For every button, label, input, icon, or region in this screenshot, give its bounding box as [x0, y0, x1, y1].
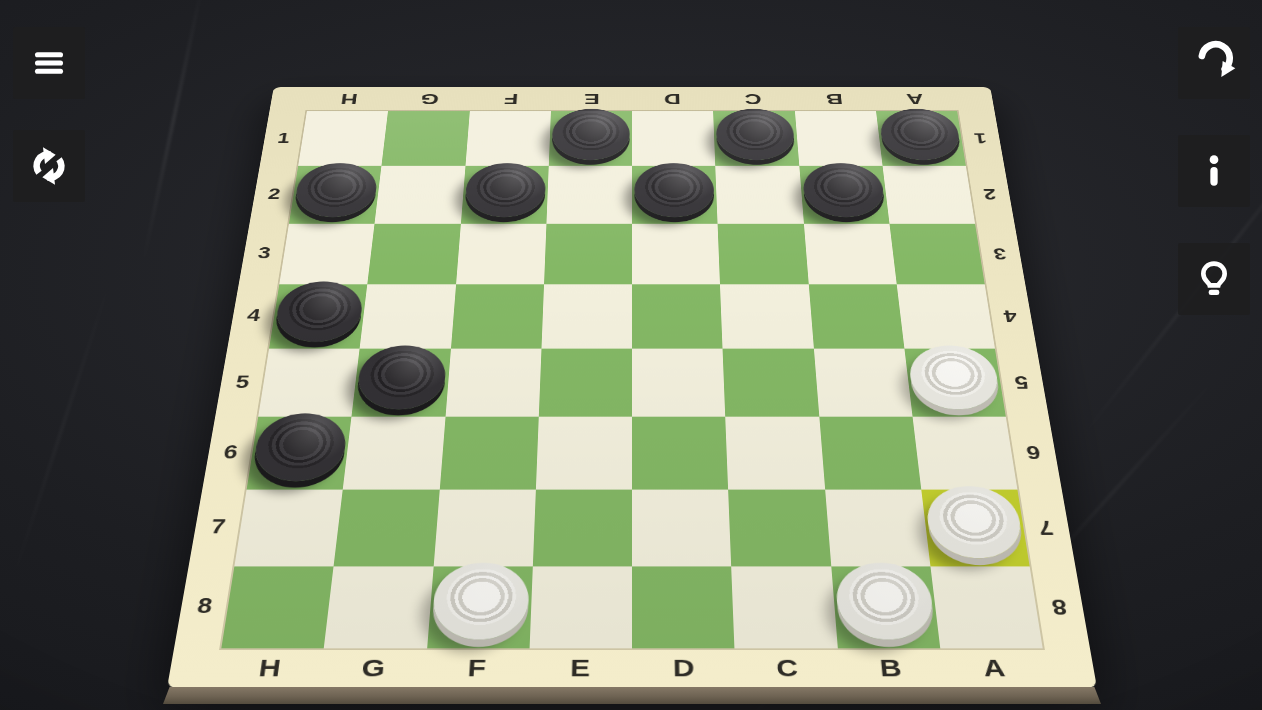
- square-C6[interactable]: [725, 417, 824, 489]
- square-A4[interactable]: [897, 284, 995, 348]
- marble-vein: [141, 0, 206, 267]
- board-bottom-letters: HGFEDCBA: [215, 648, 1049, 688]
- square-A7[interactable]: [921, 489, 1030, 566]
- square-H5[interactable]: [258, 349, 360, 417]
- square-D7[interactable]: [632, 489, 731, 566]
- square-D8[interactable]: [632, 566, 735, 648]
- dark-piece-H6[interactable]: [251, 414, 349, 482]
- square-H6[interactable]: [247, 417, 352, 489]
- square-G6[interactable]: [343, 417, 445, 489]
- info-icon: [1190, 147, 1238, 195]
- rotate-sync-icon: [25, 142, 73, 190]
- square-F3[interactable]: [456, 223, 547, 284]
- checkers-board: HGFEDCBA HGFEDCBA 12345678 12345678: [167, 87, 1097, 688]
- square-C3[interactable]: [718, 223, 809, 284]
- coord-top-G: G: [388, 87, 471, 111]
- square-D3[interactable]: [632, 223, 720, 284]
- square-E4[interactable]: [541, 284, 632, 348]
- menu-button[interactable]: [13, 27, 85, 99]
- square-H3[interactable]: [279, 223, 374, 284]
- square-G1[interactable]: [382, 111, 470, 166]
- coord-top-H: H: [307, 87, 391, 111]
- dark-piece-H4[interactable]: [273, 281, 365, 341]
- dark-piece-C1[interactable]: [716, 109, 796, 160]
- coord-bottom-C: C: [735, 648, 841, 688]
- square-B7[interactable]: [825, 489, 931, 566]
- white-piece-A7[interactable]: [923, 486, 1025, 558]
- dark-piece-H2[interactable]: [293, 163, 380, 217]
- square-D2[interactable]: [632, 166, 718, 224]
- square-G7[interactable]: [334, 489, 440, 566]
- square-C8[interactable]: [731, 566, 837, 648]
- square-F5[interactable]: [445, 349, 541, 417]
- square-F1[interactable]: [465, 111, 551, 166]
- square-E5[interactable]: [539, 349, 632, 417]
- square-E1[interactable]: [549, 111, 632, 166]
- square-A5[interactable]: [904, 349, 1006, 417]
- square-C2[interactable]: [715, 166, 803, 224]
- dark-piece-D2[interactable]: [634, 163, 714, 217]
- coord-bottom-F: F: [424, 648, 530, 688]
- square-E3[interactable]: [544, 223, 632, 284]
- square-D1[interactable]: [632, 111, 715, 166]
- white-piece-F8[interactable]: [430, 563, 529, 640]
- left-button-column: [13, 27, 85, 202]
- coord-bottom-G: G: [319, 648, 426, 688]
- square-D4[interactable]: [632, 284, 723, 348]
- right-button-column: [1178, 27, 1250, 315]
- board-front-edge: [163, 687, 1101, 704]
- undo-button[interactable]: [1178, 27, 1250, 99]
- square-A2[interactable]: [882, 166, 975, 224]
- white-piece-B8[interactable]: [833, 563, 935, 640]
- square-A6[interactable]: [912, 417, 1017, 489]
- square-E8[interactable]: [529, 566, 632, 648]
- square-H8[interactable]: [221, 566, 333, 648]
- square-A1[interactable]: [876, 111, 966, 166]
- square-F7[interactable]: [433, 489, 535, 566]
- square-G4[interactable]: [360, 284, 456, 348]
- coord-top-A: A: [873, 87, 957, 111]
- square-C4[interactable]: [720, 284, 813, 348]
- square-B5[interactable]: [813, 349, 912, 417]
- white-piece-A5[interactable]: [907, 346, 1002, 410]
- square-E2[interactable]: [546, 166, 632, 224]
- square-G8[interactable]: [324, 566, 433, 648]
- coord-bottom-B: B: [837, 648, 944, 688]
- square-B2[interactable]: [799, 166, 889, 224]
- coord-bottom-A: A: [940, 648, 1049, 688]
- square-F4[interactable]: [451, 284, 544, 348]
- coord-bottom-E: E: [528, 648, 632, 688]
- square-F6[interactable]: [439, 417, 538, 489]
- coord-bottom-H: H: [215, 648, 324, 688]
- coord-top-C: C: [712, 87, 794, 111]
- marble-vein: [8, 268, 116, 592]
- square-D5[interactable]: [632, 349, 725, 417]
- square-E6[interactable]: [536, 417, 632, 489]
- square-C5[interactable]: [723, 349, 819, 417]
- dark-piece-B2[interactable]: [801, 163, 886, 217]
- square-B4[interactable]: [808, 284, 904, 348]
- square-C1[interactable]: [713, 111, 799, 166]
- dark-piece-A1[interactable]: [878, 109, 962, 160]
- square-H7[interactable]: [234, 489, 343, 566]
- square-B8[interactable]: [831, 566, 940, 648]
- coord-bottom-D: D: [632, 648, 736, 688]
- square-B3[interactable]: [803, 223, 896, 284]
- dark-piece-F2[interactable]: [464, 163, 547, 217]
- square-B6[interactable]: [819, 417, 921, 489]
- hamburger-icon: [26, 40, 72, 86]
- game-screen: HGFEDCBA HGFEDCBA 12345678 12345678: [0, 0, 1262, 710]
- square-G2[interactable]: [375, 166, 465, 224]
- coord-top-B: B: [793, 87, 876, 111]
- coord-top-E: E: [551, 87, 632, 111]
- square-C7[interactable]: [728, 489, 830, 566]
- square-B1[interactable]: [795, 111, 883, 166]
- square-H1[interactable]: [298, 111, 388, 166]
- square-A3[interactable]: [889, 223, 984, 284]
- square-E7[interactable]: [533, 489, 632, 566]
- lightbulb-icon: [1190, 255, 1238, 303]
- coord-top-F: F: [469, 87, 551, 111]
- square-D6[interactable]: [632, 417, 728, 489]
- dark-piece-E1[interactable]: [551, 109, 629, 160]
- board-grid: [221, 111, 1042, 648]
- board-top-letters: HGFEDCBA: [307, 87, 957, 111]
- square-G5[interactable]: [352, 349, 451, 417]
- square-A8[interactable]: [930, 566, 1042, 648]
- dark-piece-G5[interactable]: [355, 346, 448, 410]
- square-G3[interactable]: [367, 223, 460, 284]
- square-H2[interactable]: [289, 166, 382, 224]
- info-button[interactable]: [1178, 135, 1250, 207]
- hint-button[interactable]: [1178, 243, 1250, 315]
- square-H4[interactable]: [269, 284, 367, 348]
- coord-top-D: D: [632, 87, 713, 111]
- rotate-board-button[interactable]: [13, 130, 85, 202]
- square-F8[interactable]: [427, 566, 533, 648]
- square-F2[interactable]: [461, 166, 549, 224]
- redo-arrow-icon: [1190, 39, 1238, 87]
